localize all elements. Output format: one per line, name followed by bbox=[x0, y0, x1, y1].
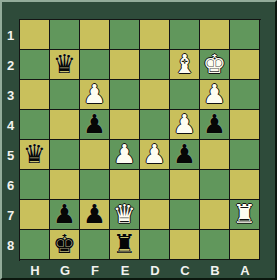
white-pawn-piece[interactable]: ♟ bbox=[113, 140, 136, 169]
file-label-a: A bbox=[230, 260, 260, 280]
square-a3[interactable] bbox=[230, 80, 260, 110]
square-c5[interactable]: ♟ bbox=[170, 140, 200, 170]
square-b1[interactable] bbox=[200, 20, 230, 50]
file-label-e: E bbox=[110, 260, 140, 280]
black-pawn-piece[interactable]: ♟ bbox=[83, 110, 106, 139]
square-g8[interactable]: ♚ bbox=[50, 230, 80, 260]
square-a5[interactable] bbox=[230, 140, 260, 170]
square-c7[interactable] bbox=[170, 200, 200, 230]
square-d8[interactable] bbox=[140, 230, 170, 260]
black-pawn-piece[interactable]: ♟ bbox=[173, 140, 196, 169]
white-pawn-piece[interactable]: ♟ bbox=[203, 80, 226, 109]
square-g1[interactable] bbox=[50, 20, 80, 50]
square-e4[interactable] bbox=[110, 110, 140, 140]
square-h8[interactable] bbox=[20, 230, 50, 260]
square-h3[interactable] bbox=[20, 80, 50, 110]
square-d2[interactable] bbox=[140, 50, 170, 80]
square-g3[interactable] bbox=[50, 80, 80, 110]
square-c3[interactable] bbox=[170, 80, 200, 110]
square-h5[interactable]: ♛ bbox=[20, 140, 50, 170]
square-a1[interactable] bbox=[230, 20, 260, 50]
black-pawn-piece[interactable]: ♟ bbox=[83, 200, 106, 229]
square-c6[interactable] bbox=[170, 170, 200, 200]
square-d7[interactable] bbox=[140, 200, 170, 230]
rank-label-5: 5 bbox=[2, 140, 19, 170]
black-king-piece[interactable]: ♚ bbox=[53, 230, 76, 259]
square-h4[interactable] bbox=[20, 110, 50, 140]
black-pawn-piece[interactable]: ♟ bbox=[53, 200, 76, 229]
file-label-d: D bbox=[140, 260, 170, 280]
square-b3[interactable]: ♟ bbox=[200, 80, 230, 110]
square-b8[interactable] bbox=[200, 230, 230, 260]
square-e3[interactable] bbox=[110, 80, 140, 110]
square-f2[interactable] bbox=[80, 50, 110, 80]
square-b5[interactable] bbox=[200, 140, 230, 170]
square-g5[interactable] bbox=[50, 140, 80, 170]
square-f5[interactable] bbox=[80, 140, 110, 170]
white-pawn-piece[interactable]: ♟ bbox=[173, 110, 196, 139]
rank-label-2: 2 bbox=[2, 50, 19, 80]
rank-label-1: 1 bbox=[2, 20, 19, 50]
white-pawn-piece[interactable]: ♟ bbox=[83, 80, 106, 109]
square-e7[interactable]: ♛ bbox=[110, 200, 140, 230]
square-d3[interactable] bbox=[140, 80, 170, 110]
square-f6[interactable] bbox=[80, 170, 110, 200]
black-queen-piece[interactable]: ♛ bbox=[53, 50, 76, 79]
square-g6[interactable] bbox=[50, 170, 80, 200]
white-king-piece[interactable]: ♚ bbox=[203, 50, 226, 79]
square-f4[interactable]: ♟ bbox=[80, 110, 110, 140]
square-e2[interactable] bbox=[110, 50, 140, 80]
file-label-g: G bbox=[50, 260, 80, 280]
square-d6[interactable] bbox=[140, 170, 170, 200]
square-b2[interactable]: ♚ bbox=[200, 50, 230, 80]
black-rook-piece[interactable]: ♜ bbox=[113, 230, 136, 259]
file-label-h: H bbox=[20, 260, 50, 280]
square-a7[interactable]: ♜ bbox=[230, 200, 260, 230]
chess-app-window: 12345678 ♛♝♚♟♟♟♟♟♛♟♟♟♟♟♛♜♚♜ HGFEDCBA bbox=[0, 0, 277, 280]
square-e5[interactable]: ♟ bbox=[110, 140, 140, 170]
rank-label-6: 6 bbox=[2, 170, 19, 200]
white-queen-piece[interactable]: ♛ bbox=[113, 200, 136, 229]
white-rook-piece[interactable]: ♜ bbox=[233, 200, 256, 229]
square-g7[interactable]: ♟ bbox=[50, 200, 80, 230]
square-b4[interactable]: ♟ bbox=[200, 110, 230, 140]
square-e8[interactable]: ♜ bbox=[110, 230, 140, 260]
square-d4[interactable] bbox=[140, 110, 170, 140]
square-g4[interactable] bbox=[50, 110, 80, 140]
square-f7[interactable]: ♟ bbox=[80, 200, 110, 230]
square-g2[interactable]: ♛ bbox=[50, 50, 80, 80]
square-c1[interactable] bbox=[170, 20, 200, 50]
file-label-c: C bbox=[170, 260, 200, 280]
rank-label-3: 3 bbox=[2, 80, 19, 110]
square-h2[interactable] bbox=[20, 50, 50, 80]
square-a2[interactable] bbox=[230, 50, 260, 80]
square-f8[interactable] bbox=[80, 230, 110, 260]
square-f3[interactable]: ♟ bbox=[80, 80, 110, 110]
file-label-b: B bbox=[200, 260, 230, 280]
square-h1[interactable] bbox=[20, 20, 50, 50]
rank-label-8: 8 bbox=[2, 230, 19, 260]
square-a8[interactable] bbox=[230, 230, 260, 260]
square-e1[interactable] bbox=[110, 20, 140, 50]
black-pawn-piece[interactable]: ♟ bbox=[203, 110, 226, 139]
square-c4[interactable]: ♟ bbox=[170, 110, 200, 140]
square-b7[interactable] bbox=[200, 200, 230, 230]
square-f1[interactable] bbox=[80, 20, 110, 50]
square-b6[interactable] bbox=[200, 170, 230, 200]
square-h7[interactable] bbox=[20, 200, 50, 230]
file-labels: HGFEDCBA bbox=[20, 260, 260, 280]
black-queen-piece[interactable]: ♛ bbox=[23, 140, 46, 169]
chess-board: ♛♝♚♟♟♟♟♟♛♟♟♟♟♟♛♜♚♜ bbox=[19, 19, 261, 261]
file-label-f: F bbox=[80, 260, 110, 280]
square-h6[interactable] bbox=[20, 170, 50, 200]
rank-label-7: 7 bbox=[2, 200, 19, 230]
square-e6[interactable] bbox=[110, 170, 140, 200]
square-c2[interactable]: ♝ bbox=[170, 50, 200, 80]
square-d1[interactable] bbox=[140, 20, 170, 50]
square-d5[interactable]: ♟ bbox=[140, 140, 170, 170]
square-c8[interactable] bbox=[170, 230, 200, 260]
square-a6[interactable] bbox=[230, 170, 260, 200]
square-a4[interactable] bbox=[230, 110, 260, 140]
white-pawn-piece[interactable]: ♟ bbox=[143, 140, 166, 169]
white-bishop-piece[interactable]: ♝ bbox=[173, 50, 196, 79]
rank-label-4: 4 bbox=[2, 110, 19, 140]
rank-labels: 12345678 bbox=[2, 20, 19, 260]
